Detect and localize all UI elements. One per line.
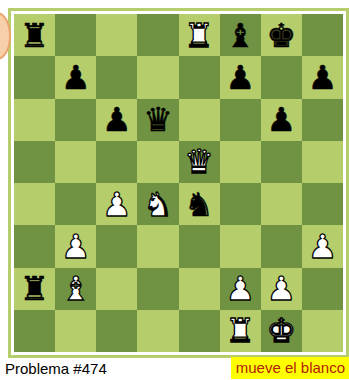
black-pawn-h7: ♟ xyxy=(308,61,338,94)
problem-number-label: Problema #474 xyxy=(5,360,107,377)
square-g6[interactable]: ♟ xyxy=(261,99,302,141)
square-d4[interactable]: ♞ xyxy=(137,183,178,225)
square-a4[interactable] xyxy=(14,183,55,225)
black-rook-a8: ♜ xyxy=(20,19,50,52)
square-g2[interactable]: ♟ xyxy=(261,268,302,310)
square-e8[interactable]: ♜ xyxy=(179,14,220,56)
square-e4[interactable]: ♞ xyxy=(179,183,220,225)
square-a1[interactable] xyxy=(14,310,55,352)
black-queen-d6: ♛ xyxy=(143,103,173,136)
square-h8[interactable] xyxy=(302,14,343,56)
square-b7[interactable]: ♟ xyxy=(55,56,96,98)
square-h4[interactable] xyxy=(302,183,343,225)
square-c1[interactable] xyxy=(96,310,137,352)
square-h7[interactable]: ♟ xyxy=(302,56,343,98)
turn-indicator-badge: mueve el blanco xyxy=(231,357,349,379)
square-e1[interactable] xyxy=(179,310,220,352)
square-g5[interactable] xyxy=(261,141,302,183)
white-pawn-c4: ♟ xyxy=(102,188,132,221)
square-c8[interactable] xyxy=(96,14,137,56)
square-f2[interactable]: ♟ xyxy=(220,268,261,310)
chess-board: ♜♜♝♚♟♟♟♟♛♟♛♟♞♞♟♟♜♝♟♟♜♚ xyxy=(11,11,346,355)
black-knight-e4: ♞ xyxy=(184,188,214,221)
square-c7[interactable] xyxy=(96,56,137,98)
square-d6[interactable]: ♛ xyxy=(137,99,178,141)
square-g7[interactable] xyxy=(261,56,302,98)
square-b6[interactable] xyxy=(55,99,96,141)
white-bishop-b2: ♝ xyxy=(61,272,91,305)
white-queen-e5: ♛ xyxy=(184,145,214,178)
white-rook-f1: ♜ xyxy=(225,314,255,347)
square-e5[interactable]: ♛ xyxy=(179,141,220,183)
square-g1[interactable]: ♚ xyxy=(261,310,302,352)
chess-problem-widget: ♜♜♝♚♟♟♟♟♛♟♛♟♞♞♟♟♜♝♟♟♜♚ Problema #474 mue… xyxy=(0,0,349,380)
square-g8[interactable]: ♚ xyxy=(261,14,302,56)
square-e7[interactable] xyxy=(179,56,220,98)
square-f5[interactable] xyxy=(220,141,261,183)
square-c3[interactable] xyxy=(96,225,137,267)
square-c2[interactable] xyxy=(96,268,137,310)
black-king-g8: ♚ xyxy=(267,19,297,52)
square-a8[interactable]: ♜ xyxy=(14,14,55,56)
white-king-g1: ♚ xyxy=(267,314,297,347)
square-b5[interactable] xyxy=(55,141,96,183)
square-d5[interactable] xyxy=(137,141,178,183)
chess-board-frame: ♜♜♝♚♟♟♟♟♛♟♛♟♞♞♟♟♜♝♟♟♜♚ xyxy=(8,8,349,358)
white-pawn-b3: ♟ xyxy=(61,230,91,263)
square-e6[interactable] xyxy=(179,99,220,141)
square-f1[interactable]: ♜ xyxy=(220,310,261,352)
square-f3[interactable] xyxy=(220,225,261,267)
square-h2[interactable] xyxy=(302,268,343,310)
square-c5[interactable] xyxy=(96,141,137,183)
square-a6[interactable] xyxy=(14,99,55,141)
square-f8[interactable]: ♝ xyxy=(220,14,261,56)
square-d8[interactable] xyxy=(137,14,178,56)
white-rook-e8: ♜ xyxy=(184,19,214,52)
square-h3[interactable]: ♟ xyxy=(302,225,343,267)
square-d2[interactable] xyxy=(137,268,178,310)
square-b1[interactable] xyxy=(55,310,96,352)
white-pawn-h3: ♟ xyxy=(308,230,338,263)
square-b4[interactable] xyxy=(55,183,96,225)
square-f6[interactable] xyxy=(220,99,261,141)
black-pawn-c6: ♟ xyxy=(102,103,132,136)
square-b8[interactable] xyxy=(55,14,96,56)
black-bishop-f8: ♝ xyxy=(225,19,255,52)
square-a3[interactable] xyxy=(14,225,55,267)
square-d3[interactable] xyxy=(137,225,178,267)
square-c6[interactable]: ♟ xyxy=(96,99,137,141)
square-b3[interactable]: ♟ xyxy=(55,225,96,267)
black-pawn-g6: ♟ xyxy=(267,103,297,136)
square-e3[interactable] xyxy=(179,225,220,267)
white-knight-d4: ♞ xyxy=(143,188,173,221)
square-d1[interactable] xyxy=(137,310,178,352)
black-rook-a2: ♜ xyxy=(20,272,50,305)
square-d7[interactable] xyxy=(137,56,178,98)
black-pawn-b7: ♟ xyxy=(61,61,91,94)
square-g3[interactable] xyxy=(261,225,302,267)
square-g4[interactable] xyxy=(261,183,302,225)
white-pawn-f2: ♟ xyxy=(225,272,255,305)
black-pawn-f7: ♟ xyxy=(225,61,255,94)
square-e2[interactable] xyxy=(179,268,220,310)
square-a2[interactable]: ♜ xyxy=(14,268,55,310)
square-f7[interactable]: ♟ xyxy=(220,56,261,98)
square-h6[interactable] xyxy=(302,99,343,141)
square-b2[interactable]: ♝ xyxy=(55,268,96,310)
square-a5[interactable] xyxy=(14,141,55,183)
square-c4[interactable]: ♟ xyxy=(96,183,137,225)
square-a7[interactable] xyxy=(14,56,55,98)
white-pawn-g2: ♟ xyxy=(267,272,297,305)
square-f4[interactable] xyxy=(220,183,261,225)
square-h5[interactable] xyxy=(302,141,343,183)
square-h1[interactable] xyxy=(302,310,343,352)
